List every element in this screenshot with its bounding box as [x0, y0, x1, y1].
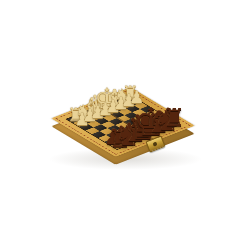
clasp-keyhole [152, 142, 157, 147]
product-photo-chess-set: ♜♞♝♛♚♝♞♜♟♟♟♟♟♟♟♟♟♟♟♟♟♟♟♟♜♞♝♛♚♝♞♜ [0, 0, 235, 235]
chess-board [51, 87, 194, 157]
